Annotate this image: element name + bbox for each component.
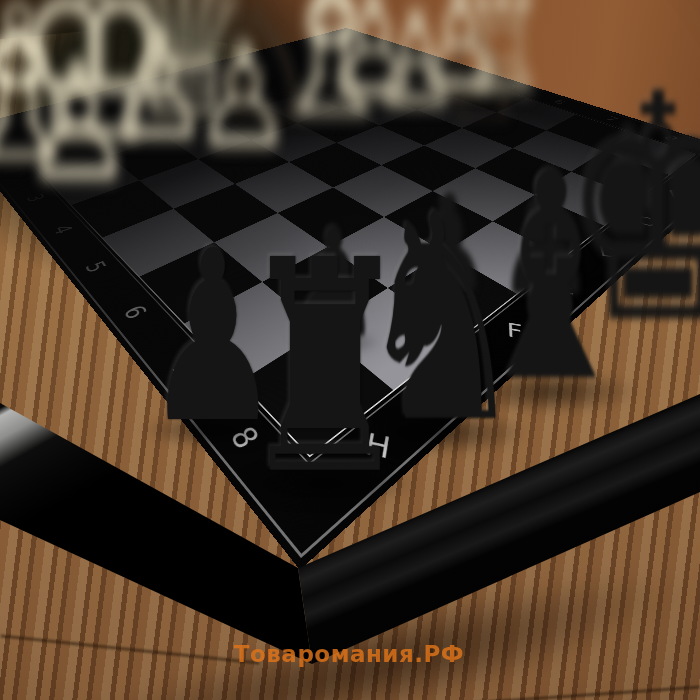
product-photo-chess-set: HGFEDCBA HGFEDCBA 12345678 12345678 ♗♔♙♙… — [0, 0, 700, 700]
watermark: Товаромания.РФ — [234, 641, 464, 667]
watermark-text: Товаромания.РФ — [234, 641, 464, 667]
piece-bp-h7: ♟ — [145, 220, 281, 456]
piece-wr-a1: ♖ — [457, 0, 547, 111]
pieces-layer: ♗♔♙♙♕♙♘♗♙♙♘♙♖♟♚♟♟♝♟♞♜♟ — [0, 0, 700, 700]
